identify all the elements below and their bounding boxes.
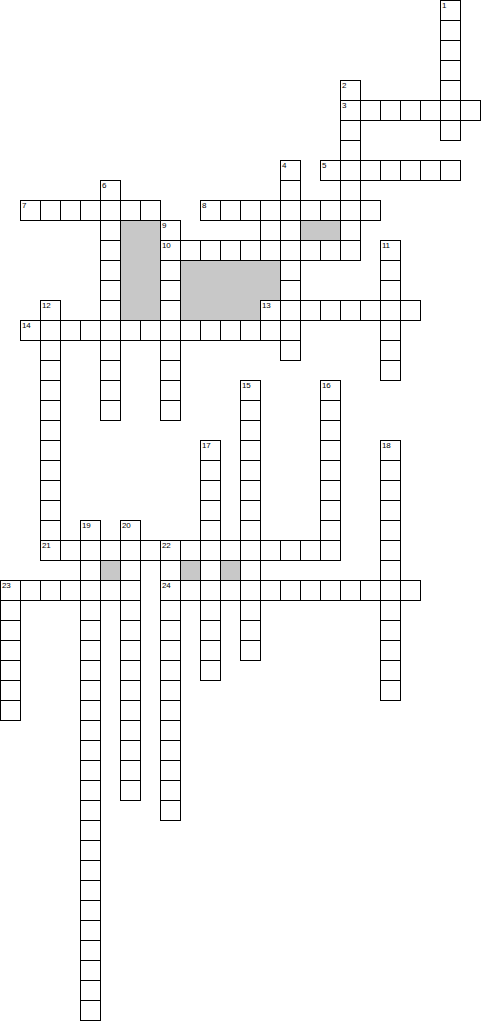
answer-cell-17-6[interactable] xyxy=(340,120,361,141)
clue-number-7: 7 xyxy=(22,202,26,210)
answer-cell-15-29[interactable] xyxy=(300,580,321,601)
clue-number-24: 24 xyxy=(162,582,170,590)
clue-number-10: 10 xyxy=(162,242,170,250)
answer-cell-14-15[interactable] xyxy=(280,300,301,321)
answer-cell-12-30[interactable] xyxy=(240,600,261,621)
answer-cell-16-27[interactable] xyxy=(320,540,341,561)
answer-cell-0-32[interactable] xyxy=(0,640,21,661)
answer-cell-10-30[interactable] xyxy=(200,600,221,621)
answer-cell-4-36[interactable] xyxy=(80,720,101,741)
answer-cell-19-24[interactable] xyxy=(380,480,401,501)
answer-cell-12-24[interactable] xyxy=(240,480,261,501)
answer-cell-18-10[interactable] xyxy=(360,200,381,221)
answer-cell-9-27[interactable] xyxy=(180,540,201,561)
answer-cell-16-10[interactable] xyxy=(320,200,341,221)
answer-cell-14-14[interactable] xyxy=(280,280,301,301)
answer-cell-18-5[interactable] xyxy=(360,100,381,121)
clue-number-11: 11 xyxy=(382,242,390,250)
answer-cell-19-8[interactable] xyxy=(380,160,401,181)
clue-number-9: 9 xyxy=(162,222,166,230)
clue-number-20: 20 xyxy=(122,522,130,530)
answer-cell-12-16[interactable] xyxy=(240,320,261,341)
shaded-region-1 xyxy=(300,220,341,241)
answer-cell-10-16[interactable] xyxy=(200,320,221,341)
shaded-region-4 xyxy=(100,560,121,581)
answer-cell-3-10[interactable] xyxy=(60,200,81,221)
answer-cell-10-28[interactable] xyxy=(200,560,221,581)
clue-number-8: 8 xyxy=(202,202,206,210)
answer-cell-10-31[interactable] xyxy=(200,620,221,641)
answer-cell-16-26[interactable] xyxy=(320,520,341,541)
answer-cell-19-27[interactable] xyxy=(380,540,401,561)
answer-cell-4-35[interactable] xyxy=(80,700,101,721)
answer-cell-17-8[interactable] xyxy=(340,160,361,181)
answer-cell-14-13[interactable] xyxy=(280,260,301,281)
answer-cell-5-19[interactable] xyxy=(100,380,121,401)
answer-cell-16-15[interactable] xyxy=(320,300,341,321)
shaded-region-seam xyxy=(181,300,260,301)
answer-cell-0-35[interactable] xyxy=(0,700,21,721)
answer-cell-5-16[interactable] xyxy=(100,320,121,341)
answer-cell-0-31[interactable] xyxy=(0,620,21,641)
answer-cell-2-29[interactable] xyxy=(40,580,61,601)
answer-cell-22-2[interactable] xyxy=(440,40,461,61)
answer-cell-2-22[interactable] xyxy=(40,440,61,461)
answer-cell-2-19[interactable] xyxy=(40,380,61,401)
answer-cell-17-12[interactable] xyxy=(340,240,361,261)
answer-cell-12-28[interactable] xyxy=(240,560,261,581)
answer-cell-14-16[interactable] xyxy=(280,320,301,341)
answer-cell-4-50[interactable] xyxy=(80,1000,101,1021)
answer-cell-22-3[interactable] xyxy=(440,60,461,81)
answer-cell-6-37[interactable] xyxy=(120,740,141,761)
answer-cell-14-11[interactable] xyxy=(280,220,301,241)
answer-cell-16-21[interactable] xyxy=(320,420,341,441)
answer-cell-5-11[interactable] xyxy=(100,220,121,241)
answer-cell-8-37[interactable] xyxy=(160,740,181,761)
answer-cell-12-26[interactable] xyxy=(240,520,261,541)
answer-cell-6-32[interactable] xyxy=(120,640,141,661)
answer-cell-14-9[interactable] xyxy=(280,180,301,201)
answer-cell-4-43[interactable] xyxy=(80,860,101,881)
answer-cell-4-38[interactable] xyxy=(80,760,101,781)
answer-cell-7-16[interactable] xyxy=(140,320,161,341)
answer-cell-8-20[interactable] xyxy=(160,400,181,421)
answer-cell-16-25[interactable] xyxy=(320,500,341,521)
answer-cell-3-29[interactable] xyxy=(60,580,81,601)
answer-cell-19-34[interactable] xyxy=(380,680,401,701)
answer-cell-4-49[interactable] xyxy=(80,980,101,1001)
answer-cell-4-46[interactable] xyxy=(80,920,101,941)
answer-cell-8-33[interactable] xyxy=(160,660,181,681)
answer-cell-9-29[interactable] xyxy=(180,580,201,601)
answer-cell-10-26[interactable] xyxy=(200,520,221,541)
answer-cell-4-41[interactable] xyxy=(80,820,101,841)
answer-cell-6-38[interactable] xyxy=(120,760,141,781)
answer-cell-2-24[interactable] xyxy=(40,480,61,501)
shaded-region-6 xyxy=(220,560,241,581)
answer-cell-12-21[interactable] xyxy=(240,420,261,441)
answer-cell-8-30[interactable] xyxy=(160,600,181,621)
answer-cell-8-19[interactable] xyxy=(160,380,181,401)
answer-cell-19-13[interactable] xyxy=(380,260,401,281)
answer-cell-5-15[interactable] xyxy=(100,300,121,321)
shaded-region-5 xyxy=(180,560,201,581)
answer-cell-19-29[interactable] xyxy=(380,580,401,601)
answer-cell-19-33[interactable] xyxy=(380,660,401,681)
answer-cell-4-44[interactable] xyxy=(80,880,101,901)
answer-cell-19-28[interactable] xyxy=(380,560,401,581)
answer-cell-16-29[interactable] xyxy=(320,580,341,601)
clue-number-21: 21 xyxy=(42,542,50,550)
answer-cell-2-18[interactable] xyxy=(40,360,61,381)
clue-number-15: 15 xyxy=(242,382,250,390)
answer-cell-6-36[interactable] xyxy=(120,720,141,741)
answer-cell-16-12[interactable] xyxy=(320,240,341,261)
clue-number-14: 14 xyxy=(22,322,30,330)
answer-cell-11-29[interactable] xyxy=(220,580,241,601)
answer-cell-11-16[interactable] xyxy=(220,320,241,341)
answer-cell-6-28[interactable] xyxy=(120,560,141,581)
answer-cell-0-33[interactable] xyxy=(0,660,21,681)
answer-cell-20-5[interactable] xyxy=(400,100,421,121)
answer-cell-12-10[interactable] xyxy=(240,200,261,221)
answer-cell-12-20[interactable] xyxy=(240,400,261,421)
answer-cell-12-32[interactable] xyxy=(240,640,261,661)
answer-cell-6-16[interactable] xyxy=(120,320,141,341)
answer-cell-8-35[interactable] xyxy=(160,700,181,721)
answer-cell-5-20[interactable] xyxy=(100,400,121,421)
answer-cell-10-25[interactable] xyxy=(200,500,221,521)
answer-cell-21-5[interactable] xyxy=(420,100,441,121)
answer-cell-9-12[interactable] xyxy=(180,240,201,261)
answer-cell-12-25[interactable] xyxy=(240,500,261,521)
answer-cell-15-27[interactable] xyxy=(300,540,321,561)
answer-cell-17-10[interactable] xyxy=(340,200,361,221)
answer-cell-2-23[interactable] xyxy=(40,460,61,481)
answer-cell-14-12[interactable] xyxy=(280,240,301,261)
answer-cell-17-29[interactable] xyxy=(340,580,361,601)
answer-cell-12-31[interactable] xyxy=(240,620,261,641)
answer-cell-2-17[interactable] xyxy=(40,340,61,361)
answer-cell-14-27[interactable] xyxy=(280,540,301,561)
shaded-region-0 xyxy=(120,220,161,321)
answer-cell-19-31[interactable] xyxy=(380,620,401,641)
clue-number-19: 19 xyxy=(82,522,90,530)
clue-number-17: 17 xyxy=(202,442,210,450)
answer-cell-10-27[interactable] xyxy=(200,540,221,561)
clue-number-1: 1 xyxy=(442,2,446,10)
answer-cell-20-15[interactable] xyxy=(400,300,421,321)
answer-cell-19-25[interactable] xyxy=(380,500,401,521)
answer-cell-5-14[interactable] xyxy=(100,280,121,301)
answer-cell-10-24[interactable] xyxy=(200,480,221,501)
answer-cell-3-27[interactable] xyxy=(60,540,81,561)
answer-cell-11-27[interactable] xyxy=(220,540,241,561)
answer-cell-4-31[interactable] xyxy=(80,620,101,641)
answer-cell-2-10[interactable] xyxy=(40,200,61,221)
answer-cell-6-34[interactable] xyxy=(120,680,141,701)
clue-number-5: 5 xyxy=(322,162,326,170)
answer-cell-16-20[interactable] xyxy=(320,400,341,421)
answer-cell-4-37[interactable] xyxy=(80,740,101,761)
answer-cell-20-8[interactable] xyxy=(400,160,421,181)
answer-cell-0-30[interactable] xyxy=(0,600,21,621)
clue-number-12: 12 xyxy=(42,302,50,310)
answer-cell-16-22[interactable] xyxy=(320,440,341,461)
answer-cell-8-32[interactable] xyxy=(160,640,181,661)
answer-cell-18-15[interactable] xyxy=(360,300,381,321)
answer-cell-8-15[interactable] xyxy=(160,300,181,321)
answer-cell-4-42[interactable] xyxy=(80,840,101,861)
answer-cell-19-30[interactable] xyxy=(380,600,401,621)
clue-number-3: 3 xyxy=(342,102,346,110)
answer-cell-8-40[interactable] xyxy=(160,800,181,821)
clue-number-23: 23 xyxy=(2,582,10,590)
answer-cell-4-47[interactable] xyxy=(80,940,101,961)
answer-cell-19-18[interactable] xyxy=(380,360,401,381)
answer-cell-13-27[interactable] xyxy=(260,540,281,561)
answer-cell-6-29[interactable] xyxy=(120,580,141,601)
answer-cell-7-27[interactable] xyxy=(140,540,161,561)
answer-cell-4-27[interactable] xyxy=(80,540,101,561)
answer-cell-6-35[interactable] xyxy=(120,700,141,721)
answer-cell-8-14[interactable] xyxy=(160,280,181,301)
answer-cell-4-33[interactable] xyxy=(80,660,101,681)
answer-cell-15-10[interactable] xyxy=(300,200,321,221)
clue-number-16: 16 xyxy=(322,382,330,390)
answer-cell-8-17[interactable] xyxy=(160,340,181,361)
answer-cell-8-13[interactable] xyxy=(160,260,181,281)
answer-cell-2-16[interactable] xyxy=(40,320,61,341)
answer-cell-5-10[interactable] xyxy=(100,200,121,221)
clue-number-22: 22 xyxy=(162,542,170,550)
clue-number-18: 18 xyxy=(382,442,390,450)
answer-cell-16-23[interactable] xyxy=(320,460,341,481)
answer-cell-14-10[interactable] xyxy=(280,200,301,221)
answer-cell-5-17[interactable] xyxy=(100,340,121,361)
answer-cell-8-18[interactable] xyxy=(160,360,181,381)
answer-cell-5-13[interactable] xyxy=(100,260,121,281)
answer-cell-13-29[interactable] xyxy=(260,580,281,601)
answer-cell-10-33[interactable] xyxy=(200,660,221,681)
answer-cell-16-24[interactable] xyxy=(320,480,341,501)
answer-cell-5-18[interactable] xyxy=(100,360,121,381)
answer-cell-2-21[interactable] xyxy=(40,420,61,441)
answer-cell-22-1[interactable] xyxy=(440,20,461,41)
answer-cell-4-16[interactable] xyxy=(80,320,101,341)
answer-cell-6-10[interactable] xyxy=(120,200,141,221)
answer-cell-12-23[interactable] xyxy=(240,460,261,481)
answer-cell-12-22[interactable] xyxy=(240,440,261,461)
answer-cell-14-29[interactable] xyxy=(280,580,301,601)
answer-cell-13-11[interactable] xyxy=(260,220,281,241)
answer-cell-18-8[interactable] xyxy=(360,160,381,181)
answer-cell-2-25[interactable] xyxy=(40,500,61,521)
answer-cell-6-30[interactable] xyxy=(120,600,141,621)
answer-cell-4-45[interactable] xyxy=(80,900,101,921)
answer-cell-12-27[interactable] xyxy=(240,540,261,561)
answer-cell-19-32[interactable] xyxy=(380,640,401,661)
answer-cell-18-29[interactable] xyxy=(360,580,381,601)
answer-cell-14-17[interactable] xyxy=(280,340,301,361)
answer-cell-12-12[interactable] xyxy=(240,240,261,261)
answer-cell-6-39[interactable] xyxy=(120,780,141,801)
answer-cell-6-31[interactable] xyxy=(120,620,141,641)
answer-cell-1-29[interactable] xyxy=(20,580,41,601)
shaded-region-3 xyxy=(180,300,261,321)
answer-cell-19-5[interactable] xyxy=(380,100,401,121)
answer-cell-2-26[interactable] xyxy=(40,520,61,541)
answer-cell-5-12[interactable] xyxy=(100,240,121,261)
answer-cell-10-32[interactable] xyxy=(200,640,221,661)
answer-cell-19-14[interactable] xyxy=(380,280,401,301)
answer-cell-19-15[interactable] xyxy=(380,300,401,321)
answer-cell-15-12[interactable] xyxy=(300,240,321,261)
answer-cell-4-32[interactable] xyxy=(80,640,101,661)
answer-cell-11-10[interactable] xyxy=(220,200,241,221)
answer-cell-3-16[interactable] xyxy=(60,320,81,341)
answer-cell-13-10[interactable] xyxy=(260,200,281,221)
answer-cell-22-4[interactable] xyxy=(440,80,461,101)
answer-cell-8-38[interactable] xyxy=(160,760,181,781)
answer-cell-22-6[interactable] xyxy=(440,120,461,141)
answer-cell-6-27[interactable] xyxy=(120,540,141,561)
answer-cell-0-34[interactable] xyxy=(0,680,21,701)
answer-cell-5-27[interactable] xyxy=(100,540,121,561)
answer-cell-4-10[interactable] xyxy=(80,200,101,221)
answer-cell-8-28[interactable] xyxy=(160,560,181,581)
answer-cell-15-15[interactable] xyxy=(300,300,321,321)
clue-number-2: 2 xyxy=(342,82,346,90)
answer-cell-10-29[interactable] xyxy=(200,580,221,601)
answer-cell-17-7[interactable] xyxy=(340,140,361,161)
answer-cell-10-23[interactable] xyxy=(200,460,221,481)
answer-cell-12-29[interactable] xyxy=(240,580,261,601)
answer-cell-19-17[interactable] xyxy=(380,340,401,361)
answer-cell-17-11[interactable] xyxy=(340,220,361,241)
answer-cell-13-16[interactable] xyxy=(260,320,281,341)
answer-cell-2-20[interactable] xyxy=(40,400,61,421)
answer-cell-4-28[interactable] xyxy=(80,560,101,581)
answer-cell-4-34[interactable] xyxy=(80,680,101,701)
answer-cell-8-39[interactable] xyxy=(160,780,181,801)
answer-cell-4-29[interactable] xyxy=(80,580,101,601)
answer-cell-9-16[interactable] xyxy=(180,320,201,341)
answer-cell-8-16[interactable] xyxy=(160,320,181,341)
answer-cell-23-5[interactable] xyxy=(460,100,481,121)
answer-cell-4-48[interactable] xyxy=(80,960,101,981)
answer-cell-17-15[interactable] xyxy=(340,300,361,321)
clue-number-4: 4 xyxy=(282,162,286,170)
answer-cell-10-12[interactable] xyxy=(200,240,221,261)
answer-cell-22-8[interactable] xyxy=(440,160,461,181)
answer-cell-8-31[interactable] xyxy=(160,620,181,641)
answer-cell-4-39[interactable] xyxy=(80,780,101,801)
answer-cell-7-10[interactable] xyxy=(140,200,161,221)
answer-cell-19-26[interactable] xyxy=(380,520,401,541)
answer-cell-4-40[interactable] xyxy=(80,800,101,821)
answer-cell-21-8[interactable] xyxy=(420,160,441,181)
answer-cell-13-12[interactable] xyxy=(260,240,281,261)
answer-cell-11-12[interactable] xyxy=(220,240,241,261)
clue-number-6: 6 xyxy=(102,182,106,190)
answer-cell-6-33[interactable] xyxy=(120,660,141,681)
clue-number-13: 13 xyxy=(262,302,270,310)
answer-cell-22-5[interactable] xyxy=(440,100,461,121)
answer-cell-17-9[interactable] xyxy=(340,180,361,201)
answer-cell-4-30[interactable] xyxy=(80,600,101,621)
answer-cell-20-29[interactable] xyxy=(400,580,421,601)
answer-cell-19-16[interactable] xyxy=(380,320,401,341)
shaded-region-2 xyxy=(180,260,281,301)
answer-cell-8-36[interactable] xyxy=(160,720,181,741)
answer-cell-5-29[interactable] xyxy=(100,580,121,601)
crossword-grid: 123456789101112131415161718192021222324 xyxy=(0,0,481,1021)
answer-cell-8-34[interactable] xyxy=(160,680,181,701)
answer-cell-19-23[interactable] xyxy=(380,460,401,481)
